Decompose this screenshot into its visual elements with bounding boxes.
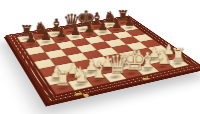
- black-pawn[interactable]: ♟: [109, 18, 124, 30]
- black-pawn[interactable]: ♟: [96, 20, 111, 32]
- black-pawn[interactable]: ♟: [122, 16, 136, 28]
- brass-hinge-icon: [74, 92, 83, 96]
- chess-board: ♜♞♝♛♚♝♞♜♟♟♟♟♟♟♟♟♟♟♟♟♟♟♟♟♜♞♝♛♚♝♞♜: [6, 15, 200, 103]
- square-a7[interactable]: ♟: [21, 40, 41, 49]
- black-pawn[interactable]: ♟: [53, 27, 68, 40]
- black-pawn[interactable]: ♟: [38, 29, 54, 42]
- wooden-chess-set-photo: ♜♞♝♛♚♝♞♜♟♟♟♟♟♟♟♟♟♟♟♟♟♟♟♟♜♞♝♛♚♝♞♜: [0, 0, 200, 114]
- square-a1[interactable]: ♜: [50, 82, 75, 95]
- board-grid: ♜♞♝♛♚♝♞♜♟♟♟♟♟♟♟♟♟♟♟♟♟♟♟♟♜♞♝♛♚♝♞♜: [17, 19, 189, 94]
- black-pawn[interactable]: ♟: [68, 25, 83, 38]
- white-knight[interactable]: ♞: [71, 64, 90, 85]
- brass-hinge-icon: [141, 77, 149, 80]
- white-bishop[interactable]: ♝: [89, 59, 108, 81]
- black-pawn[interactable]: ♟: [82, 22, 97, 34]
- brass-latch-icon: [83, 94, 89, 98]
- white-rook[interactable]: ♜: [53, 70, 72, 89]
- black-pawn[interactable]: ♟: [23, 32, 39, 45]
